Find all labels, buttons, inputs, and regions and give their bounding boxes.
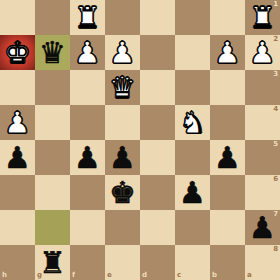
- square-d4[interactable]: [140, 105, 175, 140]
- rank-label-2: 2: [273, 36, 278, 43]
- chess-board-wrapper: ♜1♜♚♛♟♟♟2♟♛3♟♞4♟♟♟♟5♚♟67♟hg♜fedcb8a: [0, 0, 280, 280]
- white-knight[interactable]: ♞: [175, 105, 210, 140]
- square-h1[interactable]: [0, 0, 35, 35]
- file-label-c: c: [177, 272, 181, 279]
- square-b6[interactable]: [210, 175, 245, 210]
- square-e1[interactable]: [105, 0, 140, 35]
- black-pawn[interactable]: ♟: [70, 140, 105, 175]
- square-d2[interactable]: [140, 35, 175, 70]
- square-c8[interactable]: c: [175, 245, 210, 280]
- square-c2[interactable]: [175, 35, 210, 70]
- square-b1[interactable]: [210, 0, 245, 35]
- square-a8[interactable]: 8a: [245, 245, 280, 280]
- black-pawn[interactable]: ♟: [175, 175, 210, 210]
- white-queen[interactable]: ♛: [105, 70, 140, 105]
- square-g8[interactable]: g♜: [35, 245, 70, 280]
- square-e8[interactable]: e: [105, 245, 140, 280]
- square-b3[interactable]: [210, 70, 245, 105]
- rank-label-8: 8: [273, 246, 278, 253]
- file-label-d: d: [142, 272, 147, 279]
- white-pawn[interactable]: ♟: [70, 35, 105, 70]
- square-c1[interactable]: [175, 0, 210, 35]
- square-d1[interactable]: [140, 0, 175, 35]
- square-d5[interactable]: [140, 140, 175, 175]
- rank-label-7: 7: [273, 211, 278, 218]
- file-label-a: a: [247, 272, 252, 279]
- square-g3[interactable]: [35, 70, 70, 105]
- square-b2[interactable]: ♟: [210, 35, 245, 70]
- square-h3[interactable]: [0, 70, 35, 105]
- square-a5[interactable]: 5: [245, 140, 280, 175]
- rank-label-1: 1: [273, 1, 278, 8]
- square-a3[interactable]: 3: [245, 70, 280, 105]
- square-e6[interactable]: ♚: [105, 175, 140, 210]
- square-f6[interactable]: [70, 175, 105, 210]
- square-g6[interactable]: [35, 175, 70, 210]
- square-c4[interactable]: ♞: [175, 105, 210, 140]
- square-a7[interactable]: 7♟: [245, 210, 280, 245]
- square-e4[interactable]: [105, 105, 140, 140]
- square-b8[interactable]: b: [210, 245, 245, 280]
- square-c7[interactable]: [175, 210, 210, 245]
- rank-label-3: 3: [273, 71, 278, 78]
- square-a6[interactable]: 6: [245, 175, 280, 210]
- square-g4[interactable]: [35, 105, 70, 140]
- black-pawn[interactable]: ♟: [0, 140, 35, 175]
- white-pawn[interactable]: ♟: [105, 35, 140, 70]
- black-pawn[interactable]: ♟: [105, 140, 140, 175]
- file-label-f: f: [72, 272, 75, 279]
- square-f5[interactable]: ♟: [70, 140, 105, 175]
- square-a4[interactable]: 4: [245, 105, 280, 140]
- square-h4[interactable]: ♟: [0, 105, 35, 140]
- square-f3[interactable]: [70, 70, 105, 105]
- square-g5[interactable]: [35, 140, 70, 175]
- square-h8[interactable]: h: [0, 245, 35, 280]
- file-label-b: b: [212, 272, 217, 279]
- square-d3[interactable]: [140, 70, 175, 105]
- square-g2[interactable]: ♛: [35, 35, 70, 70]
- square-e3[interactable]: ♛: [105, 70, 140, 105]
- square-f4[interactable]: [70, 105, 105, 140]
- square-h6[interactable]: [0, 175, 35, 210]
- square-f1[interactable]: ♜: [70, 0, 105, 35]
- square-b5[interactable]: ♟: [210, 140, 245, 175]
- white-pawn[interactable]: ♟: [210, 35, 245, 70]
- black-king[interactable]: ♚: [105, 175, 140, 210]
- square-h5[interactable]: ♟: [0, 140, 35, 175]
- black-queen[interactable]: ♛: [35, 35, 70, 70]
- square-c3[interactable]: [175, 70, 210, 105]
- square-a2[interactable]: 2♟: [245, 35, 280, 70]
- square-a1[interactable]: 1♜: [245, 0, 280, 35]
- square-e5[interactable]: ♟: [105, 140, 140, 175]
- square-d7[interactable]: [140, 210, 175, 245]
- file-label-h: h: [2, 272, 7, 279]
- square-f8[interactable]: f: [70, 245, 105, 280]
- square-e2[interactable]: ♟: [105, 35, 140, 70]
- square-d8[interactable]: d: [140, 245, 175, 280]
- square-c5[interactable]: [175, 140, 210, 175]
- square-e7[interactable]: [105, 210, 140, 245]
- white-rook[interactable]: ♜: [70, 0, 105, 35]
- rank-label-6: 6: [273, 176, 278, 183]
- rank-label-4: 4: [273, 106, 278, 113]
- rank-label-5: 5: [273, 141, 278, 148]
- file-label-e: e: [107, 272, 112, 279]
- square-f7[interactable]: [70, 210, 105, 245]
- square-g7[interactable]: [35, 210, 70, 245]
- square-h7[interactable]: [0, 210, 35, 245]
- white-pawn[interactable]: ♟: [0, 105, 35, 140]
- square-d6[interactable]: [140, 175, 175, 210]
- chess-board: ♜1♜♚♛♟♟♟2♟♛3♟♞4♟♟♟♟5♚♟67♟hg♜fedcb8a: [0, 0, 280, 280]
- square-c6[interactable]: ♟: [175, 175, 210, 210]
- square-b7[interactable]: [210, 210, 245, 245]
- white-king[interactable]: ♚: [0, 35, 35, 70]
- square-h2[interactable]: ♚: [0, 35, 35, 70]
- square-b4[interactable]: [210, 105, 245, 140]
- square-f2[interactable]: ♟: [70, 35, 105, 70]
- black-pawn[interactable]: ♟: [210, 140, 245, 175]
- square-g1[interactable]: [35, 0, 70, 35]
- file-label-g: g: [37, 272, 42, 279]
